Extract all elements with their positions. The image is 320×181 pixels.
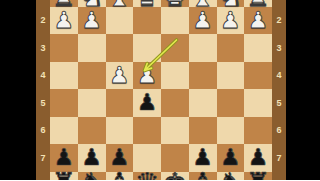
white-pawn-d4[interactable]: ♟ [137,64,158,87]
square-d5[interactable]: ♟ [133,89,161,117]
chess-board[interactable]: ♜♞♝♛♚♝♞♜♟♟♟♟♟♟♟♟♟♟♟♟♟♟♜♞♝♛♚♝♞♜ [50,0,272,180]
square-c5[interactable] [106,89,134,117]
square-c4[interactable]: ♟ [106,62,134,90]
rank-rail-left: 12345678 [36,0,50,180]
white-queen-d1[interactable]: ♛ [135,0,159,10]
white-pawn-c4[interactable]: ♟ [109,64,130,87]
square-d1[interactable]: ♛ [133,0,161,7]
square-e4[interactable] [161,62,189,90]
rank-label-7: 7 [272,152,286,164]
square-e3[interactable] [161,34,189,62]
black-pawn-d5[interactable]: ♟ [137,91,158,114]
square-d8[interactable]: ♛ [133,172,161,181]
square-e6[interactable] [161,117,189,145]
rank-label-4: 4 [272,69,286,81]
square-b1[interactable]: ♞ [78,0,106,7]
square-f6[interactable] [189,117,217,145]
rank-label-4: 4 [36,69,50,81]
square-b5[interactable] [78,89,106,117]
square-e8[interactable]: ♚ [161,172,189,181]
black-rook-h8[interactable]: ♜ [246,169,270,180]
black-rook-a8[interactable]: ♜ [52,169,76,180]
square-b6[interactable] [78,117,106,145]
white-rook-h1[interactable]: ♜ [246,0,270,10]
square-g4[interactable] [217,62,245,90]
rank-label-8: 8 [36,179,50,180]
square-a3[interactable] [50,34,78,62]
square-h6[interactable] [244,117,272,145]
square-f3[interactable] [189,34,217,62]
square-h8[interactable]: ♜ [244,172,272,181]
rank-label-6: 6 [272,124,286,136]
rank-label-5: 5 [36,97,50,109]
rank-label-5: 5 [272,97,286,109]
rank-label-2: 2 [272,14,286,26]
square-c1[interactable]: ♝ [106,0,134,7]
square-a5[interactable] [50,89,78,117]
white-knight-g1[interactable]: ♞ [218,0,242,10]
black-knight-b8[interactable]: ♞ [80,169,104,180]
square-a1[interactable]: ♜ [50,0,78,7]
square-a8[interactable]: ♜ [50,172,78,181]
white-king-e1[interactable]: ♚ [163,0,187,10]
rank-label-6: 6 [36,124,50,136]
square-e5[interactable] [161,89,189,117]
square-f1[interactable]: ♝ [189,0,217,7]
square-a6[interactable] [50,117,78,145]
square-b4[interactable] [78,62,106,90]
square-h1[interactable]: ♜ [244,0,272,7]
white-bishop-c1[interactable]: ♝ [107,0,131,10]
square-h3[interactable] [244,34,272,62]
black-bishop-c8[interactable]: ♝ [107,169,131,180]
square-g6[interactable] [217,117,245,145]
white-bishop-f1[interactable]: ♝ [191,0,215,10]
square-c8[interactable]: ♝ [106,172,134,181]
rank-label-3: 3 [36,42,50,54]
black-queen-d8[interactable]: ♛ [135,169,159,180]
rank-rail-right: 12345678 [272,0,286,180]
square-g1[interactable]: ♞ [217,0,245,7]
square-a4[interactable] [50,62,78,90]
square-b3[interactable] [78,34,106,62]
square-d3[interactable] [133,34,161,62]
white-rook-a1[interactable]: ♜ [52,0,76,10]
rank-label-8: 8 [272,179,286,180]
black-king-e8[interactable]: ♚ [163,169,187,180]
black-knight-g8[interactable]: ♞ [218,169,242,180]
square-g5[interactable] [217,89,245,117]
video-frame: 12345678 12345678 ♜♞♝♛♚♝♞♜♟♟♟♟♟♟♟♟♟♟♟♟♟♟… [0,0,320,180]
square-d4[interactable]: ♟ [133,62,161,90]
square-e1[interactable]: ♚ [161,0,189,7]
rank-label-2: 2 [36,14,50,26]
square-g3[interactable] [217,34,245,62]
rank-label-3: 3 [272,42,286,54]
square-f5[interactable] [189,89,217,117]
square-f4[interactable] [189,62,217,90]
square-b8[interactable]: ♞ [78,172,106,181]
square-f8[interactable]: ♝ [189,172,217,181]
square-c3[interactable] [106,34,134,62]
black-bishop-f8[interactable]: ♝ [191,169,215,180]
square-h5[interactable] [244,89,272,117]
square-g8[interactable]: ♞ [217,172,245,181]
square-d6[interactable] [133,117,161,145]
square-h4[interactable] [244,62,272,90]
white-knight-b1[interactable]: ♞ [80,0,104,10]
square-c6[interactable] [106,117,134,145]
rank-label-7: 7 [36,152,50,164]
